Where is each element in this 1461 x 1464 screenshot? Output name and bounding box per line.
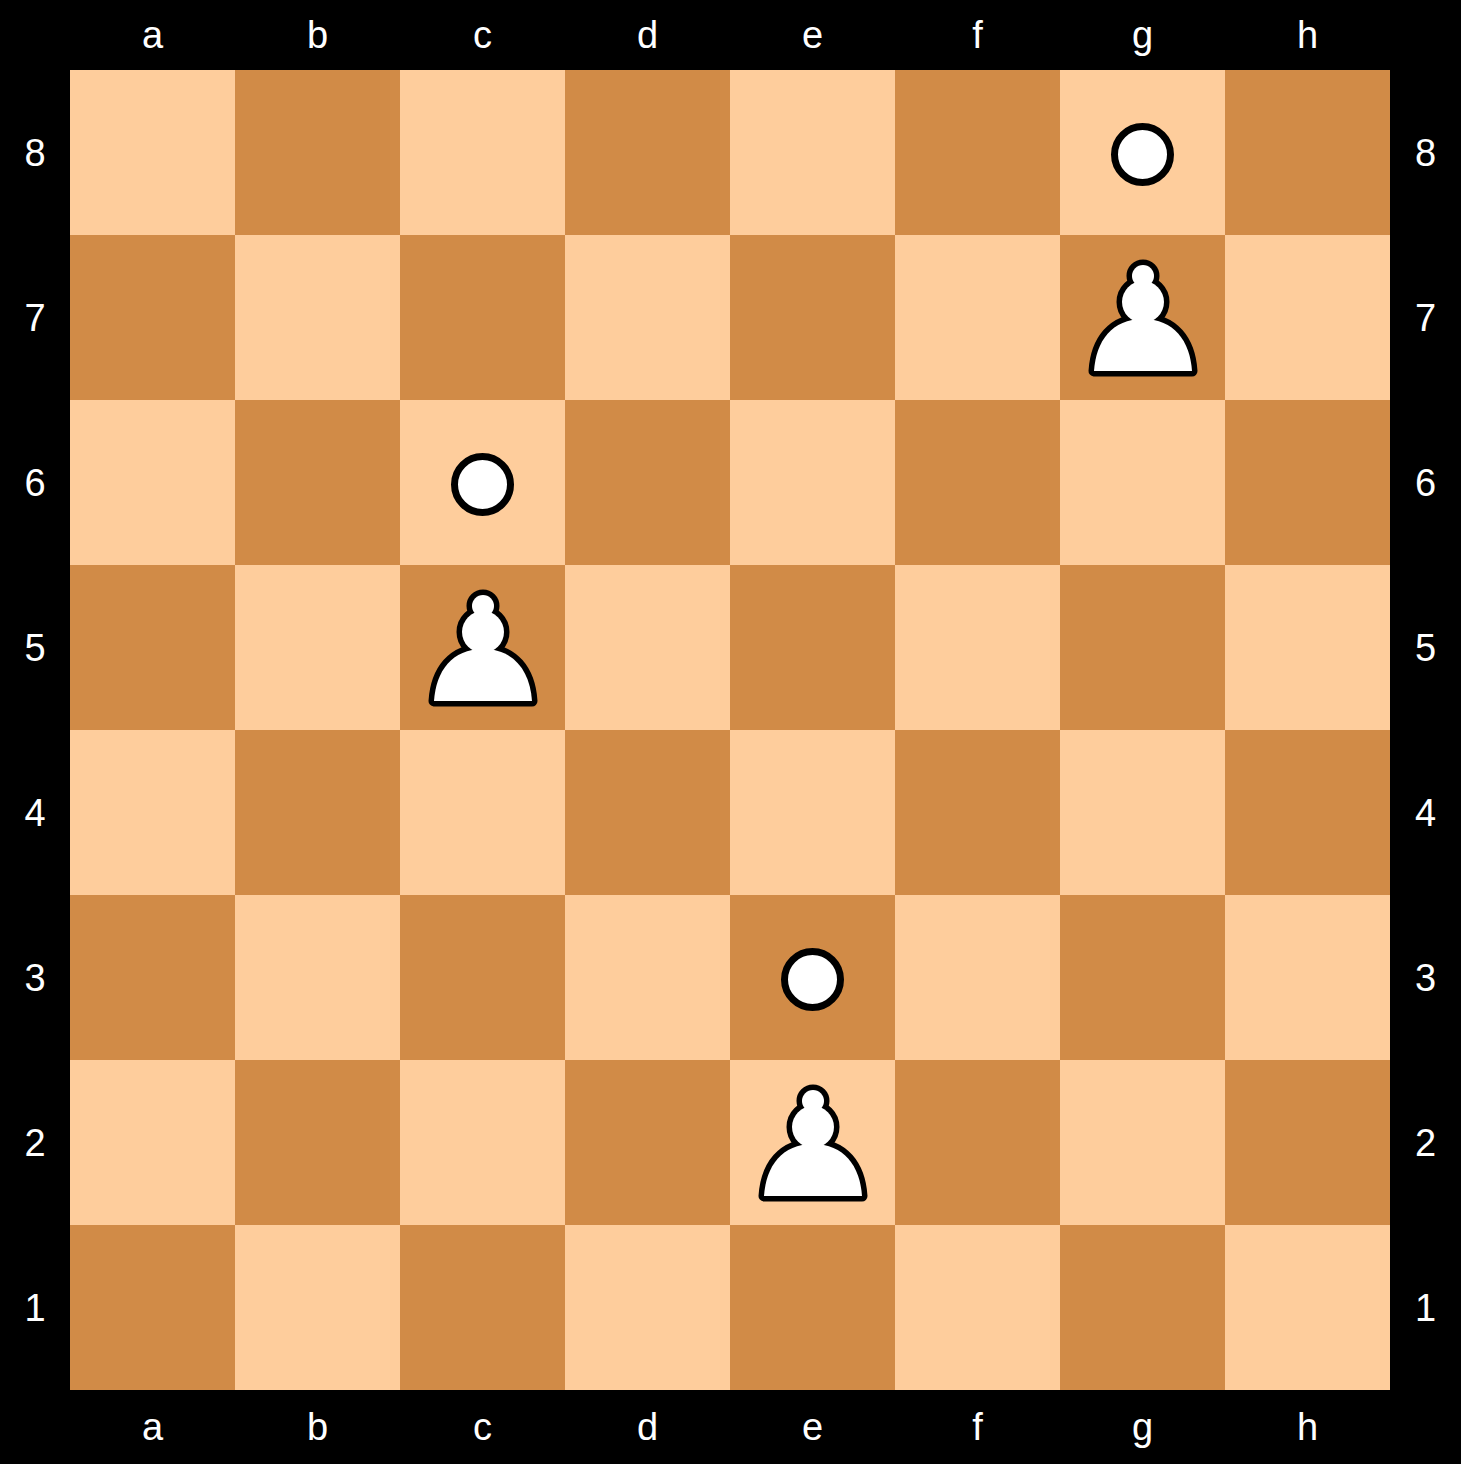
square-h5[interactable] (1225, 565, 1390, 730)
square-d8[interactable] (565, 70, 730, 235)
square-f8[interactable] (895, 70, 1060, 235)
square-f2[interactable] (895, 1060, 1060, 1225)
square-b6[interactable] (235, 400, 400, 565)
file-label-f: f (895, 0, 1060, 70)
square-c8[interactable] (400, 70, 565, 235)
square-f7[interactable] (895, 235, 1060, 400)
square-e1[interactable] (730, 1225, 895, 1390)
rank-labels-left: 87654321 (0, 70, 70, 1390)
square-b4[interactable] (235, 730, 400, 895)
rank-label-8: 8 (1390, 70, 1461, 235)
file-label-c: c (400, 1390, 565, 1464)
square-b8[interactable] (235, 70, 400, 235)
square-e3[interactable] (730, 895, 895, 1060)
white-pawn-e2[interactable] (757, 1084, 869, 1202)
file-label-e: e (730, 0, 895, 70)
square-a2[interactable] (70, 1060, 235, 1225)
square-h3[interactable] (1225, 895, 1390, 1060)
rank-label-8: 8 (0, 70, 70, 235)
rank-label-5: 5 (1390, 565, 1461, 730)
square-a3[interactable] (70, 895, 235, 1060)
rank-label-4: 4 (1390, 730, 1461, 895)
file-labels-top: abcdefgh (70, 0, 1390, 70)
chess-diagram: abcdefgh abcdefgh 87654321 87654321 (0, 0, 1461, 1464)
file-label-a: a (70, 1390, 235, 1464)
rank-label-3: 3 (1390, 895, 1461, 1060)
square-h4[interactable] (1225, 730, 1390, 895)
move-marker-e3[interactable] (781, 948, 844, 1011)
square-f1[interactable] (895, 1225, 1060, 1390)
square-a5[interactable] (70, 565, 235, 730)
rank-labels-right: 87654321 (1390, 70, 1461, 1390)
square-g3[interactable] (1060, 895, 1225, 1060)
file-label-g: g (1060, 0, 1225, 70)
file-label-f: f (895, 1390, 1060, 1464)
square-d2[interactable] (565, 1060, 730, 1225)
rank-label-1: 1 (0, 1225, 70, 1390)
rank-label-2: 2 (1390, 1060, 1461, 1225)
file-label-g: g (1060, 1390, 1225, 1464)
square-g7[interactable] (1060, 235, 1225, 400)
rank-label-6: 6 (1390, 400, 1461, 565)
file-label-b: b (235, 0, 400, 70)
square-c4[interactable] (400, 730, 565, 895)
square-f4[interactable] (895, 730, 1060, 895)
move-marker-c6[interactable] (451, 453, 514, 516)
square-b2[interactable] (235, 1060, 400, 1225)
square-f5[interactable] (895, 565, 1060, 730)
square-h7[interactable] (1225, 235, 1390, 400)
square-f6[interactable] (895, 400, 1060, 565)
square-d7[interactable] (565, 235, 730, 400)
file-label-d: d (565, 0, 730, 70)
square-h8[interactable] (1225, 70, 1390, 235)
white-pawn-c5[interactable] (427, 589, 539, 707)
square-b7[interactable] (235, 235, 400, 400)
square-b3[interactable] (235, 895, 400, 1060)
file-label-h: h (1225, 0, 1390, 70)
rank-label-4: 4 (0, 730, 70, 895)
square-g5[interactable] (1060, 565, 1225, 730)
square-c3[interactable] (400, 895, 565, 1060)
square-e4[interactable] (730, 730, 895, 895)
square-a7[interactable] (70, 235, 235, 400)
file-label-d: d (565, 1390, 730, 1464)
move-marker-g8[interactable] (1111, 123, 1174, 186)
white-pawn-g7[interactable] (1087, 259, 1199, 377)
rank-label-6: 6 (0, 400, 70, 565)
square-a8[interactable] (70, 70, 235, 235)
file-label-a: a (70, 0, 235, 70)
square-a1[interactable] (70, 1225, 235, 1390)
square-e6[interactable] (730, 400, 895, 565)
square-g2[interactable] (1060, 1060, 1225, 1225)
square-d6[interactable] (565, 400, 730, 565)
square-h6[interactable] (1225, 400, 1390, 565)
square-d4[interactable] (565, 730, 730, 895)
square-h2[interactable] (1225, 1060, 1390, 1225)
square-e5[interactable] (730, 565, 895, 730)
rank-label-5: 5 (0, 565, 70, 730)
square-c5[interactable] (400, 565, 565, 730)
square-g4[interactable] (1060, 730, 1225, 895)
square-g1[interactable] (1060, 1225, 1225, 1390)
square-c1[interactable] (400, 1225, 565, 1390)
square-f3[interactable] (895, 895, 1060, 1060)
chess-board (70, 70, 1390, 1390)
square-b1[interactable] (235, 1225, 400, 1390)
square-g6[interactable] (1060, 400, 1225, 565)
square-a6[interactable] (70, 400, 235, 565)
square-e8[interactable] (730, 70, 895, 235)
rank-label-1: 1 (1390, 1225, 1461, 1390)
file-label-b: b (235, 1390, 400, 1464)
rank-label-7: 7 (1390, 235, 1461, 400)
square-d1[interactable] (565, 1225, 730, 1390)
rank-label-7: 7 (0, 235, 70, 400)
square-c7[interactable] (400, 235, 565, 400)
square-d3[interactable] (565, 895, 730, 1060)
file-labels-bottom: abcdefgh (70, 1390, 1390, 1464)
file-label-h: h (1225, 1390, 1390, 1464)
square-d5[interactable] (565, 565, 730, 730)
square-a4[interactable] (70, 730, 235, 895)
square-b5[interactable] (235, 565, 400, 730)
square-e2[interactable] (730, 1060, 895, 1225)
square-g8[interactable] (1060, 70, 1225, 235)
square-c2[interactable] (400, 1060, 565, 1225)
square-c6[interactable] (400, 400, 565, 565)
file-label-e: e (730, 1390, 895, 1464)
rank-label-3: 3 (0, 895, 70, 1060)
square-h1[interactable] (1225, 1225, 1390, 1390)
file-label-c: c (400, 0, 565, 70)
rank-label-2: 2 (0, 1060, 70, 1225)
square-e7[interactable] (730, 235, 895, 400)
